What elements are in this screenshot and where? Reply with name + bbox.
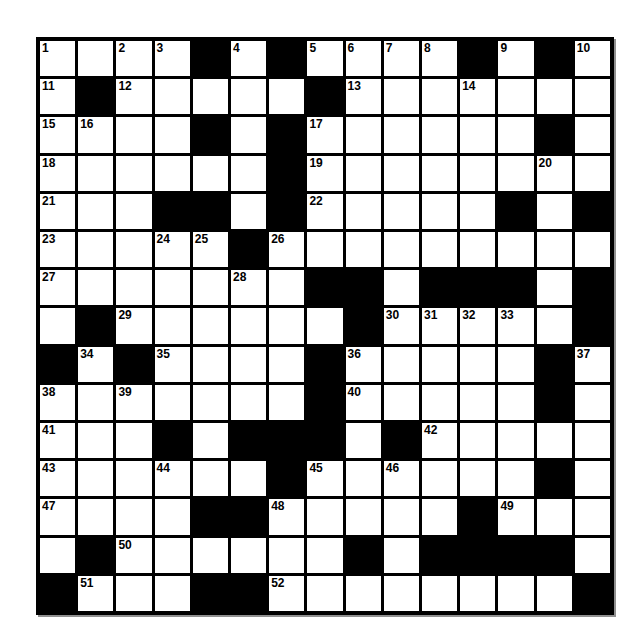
black-cell-r10c14 — [537, 385, 572, 420]
cell-r15c12[interactable] — [460, 576, 495, 611]
clue-number: 31 — [424, 308, 437, 322]
clue-number: 39 — [118, 385, 131, 399]
cell-r10c15[interactable] — [575, 385, 610, 420]
clue-number: 48 — [271, 499, 284, 513]
black-cell-r4c7 — [269, 156, 304, 191]
clue-number: 34 — [80, 347, 93, 361]
cell-r3c9[interactable] — [346, 117, 381, 152]
cell-r11c12[interactable] — [460, 423, 495, 458]
cell-r10c6[interactable] — [231, 385, 266, 420]
cell-r3c3[interactable] — [116, 117, 151, 152]
cell-r15c3[interactable] — [116, 576, 151, 611]
cell-r2c11[interactable] — [422, 79, 457, 114]
black-cell-r3c5 — [193, 117, 228, 152]
black-cell-r15c6 — [231, 576, 266, 611]
cell-r7c5[interactable] — [193, 270, 228, 305]
cell-r10c13[interactable] — [498, 385, 533, 420]
cell-r2c6[interactable] — [231, 79, 266, 114]
black-cell-r12c14 — [537, 461, 572, 496]
cell-r13c11[interactable] — [422, 499, 457, 534]
cell-r13c3[interactable] — [116, 499, 151, 534]
cell-r14c15[interactable] — [575, 538, 610, 573]
clue-number: 20 — [539, 156, 552, 170]
black-cell-r7c12 — [460, 270, 495, 305]
clue-number: 36 — [348, 347, 361, 361]
cell-r15c4[interactable] — [155, 576, 190, 611]
cell-r2c15[interactable] — [575, 79, 610, 114]
cell-r8c7[interactable] — [269, 308, 304, 343]
cell-r12c5[interactable] — [193, 461, 228, 496]
cell-r3c2[interactable]: 16 — [78, 117, 113, 152]
cell-r4c13[interactable] — [498, 156, 533, 191]
cell-r12c10[interactable]: 46 — [384, 461, 419, 496]
clue-number: 47 — [42, 499, 55, 513]
clue-number: 2 — [118, 41, 125, 55]
clue-number: 1 — [42, 41, 49, 55]
cell-r10c5[interactable] — [193, 385, 228, 420]
cell-r9c12[interactable] — [460, 347, 495, 382]
cell-r1c10[interactable]: 7 — [384, 41, 419, 76]
black-cell-r5c5 — [193, 194, 228, 229]
cell-r7c4[interactable] — [155, 270, 190, 305]
clue-number: 4 — [233, 41, 240, 55]
cell-r13c8[interactable] — [307, 499, 342, 534]
cell-r14c3[interactable]: 50 — [116, 538, 151, 573]
cell-r14c10[interactable] — [384, 538, 419, 573]
cell-r1c4[interactable]: 3 — [155, 41, 190, 76]
cell-r13c4[interactable] — [155, 499, 190, 534]
black-cell-r13c12 — [460, 499, 495, 534]
cell-r14c5[interactable] — [193, 538, 228, 573]
clue-number: 40 — [348, 385, 361, 399]
black-cell-r9c8 — [307, 347, 342, 382]
cell-r7c3[interactable] — [116, 270, 151, 305]
black-cell-r9c1 — [40, 347, 75, 382]
cell-r5c10[interactable] — [384, 194, 419, 229]
cell-r15c10[interactable] — [384, 576, 419, 611]
black-cell-r14c12 — [460, 538, 495, 573]
cell-r3c8[interactable]: 17 — [307, 117, 342, 152]
cell-r5c9[interactable] — [346, 194, 381, 229]
cell-r3c1[interactable]: 15 — [40, 117, 75, 152]
black-cell-r15c1 — [40, 576, 75, 611]
clue-number: 19 — [309, 156, 322, 170]
cell-r5c11[interactable] — [422, 194, 457, 229]
cell-r6c2[interactable] — [78, 232, 113, 267]
cell-r11c1[interactable]: 41 — [40, 423, 75, 458]
black-cell-r7c15 — [575, 270, 610, 305]
cell-r11c9[interactable] — [346, 423, 381, 458]
cell-r11c15[interactable] — [575, 423, 610, 458]
cell-r12c15[interactable] — [575, 461, 610, 496]
cell-r6c3[interactable] — [116, 232, 151, 267]
cell-r13c13[interactable]: 49 — [498, 499, 533, 534]
clue-number: 22 — [309, 194, 322, 208]
cell-r6c9[interactable] — [346, 232, 381, 267]
clue-number: 43 — [42, 461, 55, 475]
cell-r6c8[interactable] — [307, 232, 342, 267]
cell-r8c12[interactable]: 32 — [460, 308, 495, 343]
cell-r11c2[interactable] — [78, 423, 113, 458]
cell-r9c10[interactable] — [384, 347, 419, 382]
cell-r1c1[interactable]: 1 — [40, 41, 75, 76]
black-cell-r2c2 — [78, 79, 113, 114]
clue-number: 16 — [80, 117, 93, 131]
clue-number: 13 — [348, 79, 361, 93]
clue-number: 6 — [348, 41, 355, 55]
cell-r8c13[interactable]: 33 — [498, 308, 533, 343]
cell-r10c11[interactable] — [422, 385, 457, 420]
clue-number: 29 — [118, 308, 131, 322]
clue-number: 33 — [500, 308, 513, 322]
clue-number: 23 — [42, 232, 55, 246]
clue-number: 35 — [157, 347, 170, 361]
cell-r15c13[interactable] — [498, 576, 533, 611]
cell-r15c2[interactable]: 51 — [78, 576, 113, 611]
cell-r1c8[interactable]: 5 — [307, 41, 342, 76]
cell-r3c15[interactable] — [575, 117, 610, 152]
cell-r15c7[interactable]: 52 — [269, 576, 304, 611]
black-cell-r1c12 — [460, 41, 495, 76]
cell-r12c12[interactable] — [460, 461, 495, 496]
cell-r2c5[interactable] — [193, 79, 228, 114]
cell-r3c11[interactable] — [422, 117, 457, 152]
clue-number: 8 — [424, 41, 431, 55]
cell-r8c11[interactable]: 31 — [422, 308, 457, 343]
black-cell-r2c8 — [307, 79, 342, 114]
cell-r15c11[interactable] — [422, 576, 457, 611]
black-cell-r11c10 — [384, 423, 419, 458]
cell-r8c10[interactable]: 30 — [384, 308, 419, 343]
cell-r2c4[interactable] — [155, 79, 190, 114]
cell-r14c7[interactable] — [269, 538, 304, 573]
black-cell-r7c9 — [346, 270, 381, 305]
cell-r10c10[interactable] — [384, 385, 419, 420]
cell-r3c6[interactable] — [231, 117, 266, 152]
cell-r9c13[interactable] — [498, 347, 533, 382]
cell-r4c10[interactable] — [384, 156, 419, 191]
cell-r12c13[interactable] — [498, 461, 533, 496]
cell-r11c13[interactable] — [498, 423, 533, 458]
cell-r8c6[interactable] — [231, 308, 266, 343]
cell-r4c4[interactable] — [155, 156, 190, 191]
cell-r1c15[interactable]: 10 — [575, 41, 610, 76]
cell-r5c1[interactable]: 21 — [40, 194, 75, 229]
cell-r5c3[interactable] — [116, 194, 151, 229]
clue-number: 51 — [80, 576, 93, 590]
cell-r7c7[interactable] — [269, 270, 304, 305]
black-cell-r5c7 — [269, 194, 304, 229]
black-cell-r9c14 — [537, 347, 572, 382]
black-cell-r3c7 — [269, 117, 304, 152]
cell-r6c1[interactable]: 23 — [40, 232, 75, 267]
cell-r2c10[interactable] — [384, 79, 419, 114]
black-cell-r6c6 — [231, 232, 266, 267]
clue-number: 50 — [118, 538, 131, 552]
cell-r3c13[interactable] — [498, 117, 533, 152]
clue-number: 28 — [233, 270, 246, 284]
cell-r12c11[interactable] — [422, 461, 457, 496]
cell-r13c9[interactable] — [346, 499, 381, 534]
black-cell-r11c4 — [155, 423, 190, 458]
cell-r4c1[interactable]: 18 — [40, 156, 75, 191]
cell-r9c2[interactable]: 34 — [78, 347, 113, 382]
clue-number: 30 — [386, 308, 399, 322]
cell-r11c14[interactable] — [537, 423, 572, 458]
clue-number: 9 — [500, 41, 507, 55]
clue-number: 3 — [157, 41, 164, 55]
cell-r11c5[interactable] — [193, 423, 228, 458]
clue-number: 25 — [195, 232, 208, 246]
cell-r10c4[interactable] — [155, 385, 190, 420]
cell-r11c11[interactable]: 42 — [422, 423, 457, 458]
cell-r6c12[interactable] — [460, 232, 495, 267]
cell-r10c7[interactable] — [269, 385, 304, 420]
cell-r6c11[interactable] — [422, 232, 457, 267]
cell-r14c8[interactable] — [307, 538, 342, 573]
cell-r2c9[interactable]: 13 — [346, 79, 381, 114]
black-cell-r13c6 — [231, 499, 266, 534]
cell-r4c2[interactable] — [78, 156, 113, 191]
black-cell-r5c15 — [575, 194, 610, 229]
cell-r15c8[interactable] — [307, 576, 342, 611]
cell-r6c7[interactable]: 26 — [269, 232, 304, 267]
cell-r2c3[interactable]: 12 — [116, 79, 151, 114]
black-cell-r7c13 — [498, 270, 533, 305]
cell-r9c5[interactable] — [193, 347, 228, 382]
cell-r2c12[interactable]: 14 — [460, 79, 495, 114]
clue-number: 42 — [424, 423, 437, 437]
cell-r9c9[interactable]: 36 — [346, 347, 381, 382]
cell-r3c10[interactable] — [384, 117, 419, 152]
black-cell-r11c6 — [231, 423, 266, 458]
cell-r12c6[interactable] — [231, 461, 266, 496]
cell-r4c8[interactable]: 19 — [307, 156, 342, 191]
cell-r13c7[interactable]: 48 — [269, 499, 304, 534]
black-cell-r15c5 — [193, 576, 228, 611]
cell-r5c6[interactable] — [231, 194, 266, 229]
black-cell-r8c2 — [78, 308, 113, 343]
cell-r13c2[interactable] — [78, 499, 113, 534]
cell-r8c8[interactable] — [307, 308, 342, 343]
clue-number: 52 — [271, 576, 284, 590]
cell-r5c8[interactable]: 22 — [307, 194, 342, 229]
cell-r7c2[interactable] — [78, 270, 113, 305]
cell-r8c5[interactable] — [193, 308, 228, 343]
black-cell-r5c13 — [498, 194, 533, 229]
cell-r5c2[interactable] — [78, 194, 113, 229]
cell-r13c1[interactable]: 47 — [40, 499, 75, 534]
cell-r12c9[interactable] — [346, 461, 381, 496]
black-cell-r11c8 — [307, 423, 342, 458]
clue-number: 14 — [462, 79, 475, 93]
cell-r14c6[interactable] — [231, 538, 266, 573]
cell-r1c3[interactable]: 2 — [116, 41, 151, 76]
cell-r13c14[interactable] — [537, 499, 572, 534]
clue-number: 41 — [42, 423, 55, 437]
cell-r7c14[interactable] — [537, 270, 572, 305]
black-cell-r10c8 — [307, 385, 342, 420]
black-cell-r3c14 — [537, 117, 572, 152]
cell-r12c8[interactable]: 45 — [307, 461, 342, 496]
clue-number: 27 — [42, 270, 55, 284]
cell-r6c5[interactable]: 25 — [193, 232, 228, 267]
cell-r4c15[interactable] — [575, 156, 610, 191]
clue-number: 12 — [118, 79, 131, 93]
cell-r2c14[interactable] — [537, 79, 572, 114]
cell-r4c9[interactable] — [346, 156, 381, 191]
cell-r4c12[interactable] — [460, 156, 495, 191]
cell-r10c9[interactable]: 40 — [346, 385, 381, 420]
cell-r4c5[interactable] — [193, 156, 228, 191]
cell-r7c10[interactable] — [384, 270, 419, 305]
clue-number: 49 — [500, 499, 513, 513]
page: 1234567891011121314151617181920212223242… — [0, 0, 643, 643]
cell-r8c14[interactable] — [537, 308, 572, 343]
cell-r10c3[interactable]: 39 — [116, 385, 151, 420]
cell-r8c1[interactable] — [40, 308, 75, 343]
cell-r1c6[interactable]: 4 — [231, 41, 266, 76]
black-cell-r14c14 — [537, 538, 572, 573]
clue-number: 10 — [577, 41, 590, 55]
clue-number: 24 — [157, 232, 170, 246]
black-cell-r12c7 — [269, 461, 304, 496]
black-cell-r7c11 — [422, 270, 457, 305]
cell-r4c11[interactable] — [422, 156, 457, 191]
black-cell-r1c7 — [269, 41, 304, 76]
cell-r4c6[interactable] — [231, 156, 266, 191]
cell-r3c4[interactable] — [155, 117, 190, 152]
clue-number: 26 — [271, 232, 284, 246]
black-cell-r7c8 — [307, 270, 342, 305]
cell-r6c4[interactable]: 24 — [155, 232, 190, 267]
black-cell-r14c2 — [78, 538, 113, 573]
cell-r1c2[interactable] — [78, 41, 113, 76]
cell-r10c12[interactable] — [460, 385, 495, 420]
cell-r14c1[interactable] — [40, 538, 75, 573]
cell-r1c13[interactable]: 9 — [498, 41, 533, 76]
cell-r2c7[interactable] — [269, 79, 304, 114]
cell-r9c4[interactable]: 35 — [155, 347, 190, 382]
clue-number: 46 — [386, 461, 399, 475]
cell-r11c3[interactable] — [116, 423, 151, 458]
cell-r7c6[interactable]: 28 — [231, 270, 266, 305]
black-cell-r5c4 — [155, 194, 190, 229]
crossword-grid: 1234567891011121314151617181920212223242… — [36, 37, 614, 615]
clue-number: 38 — [42, 385, 55, 399]
black-cell-r15c15 — [575, 576, 610, 611]
cell-r9c6[interactable] — [231, 347, 266, 382]
cell-r1c11[interactable]: 8 — [422, 41, 457, 76]
cell-r1c9[interactable]: 6 — [346, 41, 381, 76]
cell-r6c14[interactable] — [537, 232, 572, 267]
black-cell-r1c14 — [537, 41, 572, 76]
black-cell-r14c9 — [346, 538, 381, 573]
clue-number: 32 — [462, 308, 475, 322]
black-cell-r9c3 — [116, 347, 151, 382]
cell-r3c12[interactable] — [460, 117, 495, 152]
black-cell-r14c11 — [422, 538, 457, 573]
clue-number: 45 — [309, 461, 322, 475]
cell-r12c4[interactable]: 44 — [155, 461, 190, 496]
cell-r6c15[interactable] — [575, 232, 610, 267]
clue-number: 7 — [386, 41, 393, 55]
cell-r7c1[interactable]: 27 — [40, 270, 75, 305]
cell-r14c4[interactable] — [155, 538, 190, 573]
cell-r5c14[interactable] — [537, 194, 572, 229]
cell-r9c7[interactable] — [269, 347, 304, 382]
cell-r12c2[interactable] — [78, 461, 113, 496]
black-cell-r13c5 — [193, 499, 228, 534]
clue-number: 15 — [42, 117, 55, 131]
clue-number: 17 — [309, 117, 322, 131]
cell-r12c3[interactable] — [116, 461, 151, 496]
cell-r4c3[interactable] — [116, 156, 151, 191]
cell-r6c10[interactable] — [384, 232, 419, 267]
cell-r10c1[interactable]: 38 — [40, 385, 75, 420]
cell-r4c14[interactable]: 20 — [537, 156, 572, 191]
black-cell-r14c13 — [498, 538, 533, 573]
cell-r15c9[interactable] — [346, 576, 381, 611]
black-cell-r11c7 — [269, 423, 304, 458]
black-cell-r8c15 — [575, 308, 610, 343]
cell-r13c10[interactable] — [384, 499, 419, 534]
cell-r6c13[interactable] — [498, 232, 533, 267]
cell-r10c2[interactable] — [78, 385, 113, 420]
cell-r9c11[interactable] — [422, 347, 457, 382]
black-cell-r1c5 — [193, 41, 228, 76]
clue-number: 37 — [577, 347, 590, 361]
cell-r9c15[interactable]: 37 — [575, 347, 610, 382]
clue-number: 5 — [309, 41, 316, 55]
cell-r2c1[interactable]: 11 — [40, 79, 75, 114]
cell-r12c1[interactable]: 43 — [40, 461, 75, 496]
cell-r8c4[interactable] — [155, 308, 190, 343]
clue-number: 11 — [42, 79, 55, 93]
black-cell-r8c9 — [346, 308, 381, 343]
cell-r2c13[interactable] — [498, 79, 533, 114]
clue-number: 21 — [42, 194, 55, 208]
cell-r15c14[interactable] — [537, 576, 572, 611]
clue-number: 18 — [42, 156, 55, 170]
clue-number: 44 — [157, 461, 170, 475]
cell-r13c15[interactable] — [575, 499, 610, 534]
cell-r8c3[interactable]: 29 — [116, 308, 151, 343]
cell-r5c12[interactable] — [460, 194, 495, 229]
